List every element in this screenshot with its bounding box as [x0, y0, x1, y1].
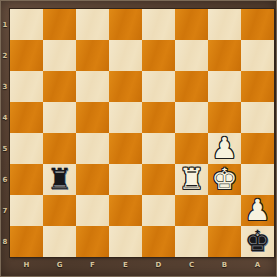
square-e5[interactable]: [109, 133, 142, 164]
square-h4[interactable]: [10, 102, 43, 133]
square-d2[interactable]: [142, 40, 175, 71]
square-a3[interactable]: [241, 71, 274, 102]
square-e7[interactable]: [109, 195, 142, 226]
square-h5[interactable]: [10, 133, 43, 164]
square-b2[interactable]: [208, 40, 241, 71]
square-h6[interactable]: [10, 164, 43, 195]
square-b7[interactable]: [208, 195, 241, 226]
square-a7[interactable]: ♟: [241, 195, 274, 226]
square-g6[interactable]: ♜: [43, 164, 76, 195]
square-f7[interactable]: [76, 195, 109, 226]
square-h7[interactable]: [10, 195, 43, 226]
square-b1[interactable]: [208, 9, 241, 40]
square-b5[interactable]: ♟: [208, 133, 241, 164]
square-g4[interactable]: [43, 102, 76, 133]
square-d3[interactable]: [142, 71, 175, 102]
square-g3[interactable]: [43, 71, 76, 102]
square-g1[interactable]: [43, 9, 76, 40]
file-label-d: D: [142, 258, 175, 272]
square-c5[interactable]: [175, 133, 208, 164]
file-label-g: G: [43, 258, 76, 272]
square-d1[interactable]: [142, 9, 175, 40]
square-c4[interactable]: [175, 102, 208, 133]
square-h2[interactable]: [10, 40, 43, 71]
white-pawn[interactable]: ♟: [245, 195, 271, 226]
file-label-a: A: [241, 258, 274, 272]
file-label-b: B: [208, 258, 241, 272]
square-e4[interactable]: [109, 102, 142, 133]
black-rook[interactable]: ♜: [47, 164, 73, 195]
file-label-f: F: [76, 258, 109, 272]
square-c3[interactable]: [175, 71, 208, 102]
square-b8[interactable]: [208, 226, 241, 257]
square-f2[interactable]: [76, 40, 109, 71]
square-f1[interactable]: [76, 9, 109, 40]
square-d8[interactable]: [142, 226, 175, 257]
square-a6[interactable]: [241, 164, 274, 195]
chess-board: ♟♜♜♚♟♚: [10, 9, 274, 257]
square-a2[interactable]: [241, 40, 274, 71]
square-f4[interactable]: [76, 102, 109, 133]
rank-label-6: 6: [0, 164, 10, 195]
file-label-h: H: [10, 258, 43, 272]
square-g5[interactable]: [43, 133, 76, 164]
square-e1[interactable]: [109, 9, 142, 40]
square-g7[interactable]: [43, 195, 76, 226]
rank-label-4: 4: [0, 102, 10, 133]
square-d6[interactable]: [142, 164, 175, 195]
square-f5[interactable]: [76, 133, 109, 164]
square-b6[interactable]: ♚: [208, 164, 241, 195]
square-h3[interactable]: [10, 71, 43, 102]
square-c2[interactable]: [175, 40, 208, 71]
square-b4[interactable]: [208, 102, 241, 133]
square-f6[interactable]: [76, 164, 109, 195]
square-d5[interactable]: [142, 133, 175, 164]
square-c6[interactable]: ♜: [175, 164, 208, 195]
square-a5[interactable]: [241, 133, 274, 164]
square-c8[interactable]: [175, 226, 208, 257]
rank-label-2: 2: [0, 40, 10, 71]
square-a4[interactable]: [241, 102, 274, 133]
square-f8[interactable]: [76, 226, 109, 257]
square-e8[interactable]: [109, 226, 142, 257]
square-f3[interactable]: [76, 71, 109, 102]
square-e6[interactable]: [109, 164, 142, 195]
white-pawn[interactable]: ♟: [212, 133, 238, 164]
rank-label-3: 3: [0, 71, 10, 102]
black-king[interactable]: ♚: [245, 226, 271, 257]
square-g2[interactable]: [43, 40, 76, 71]
square-c1[interactable]: [175, 9, 208, 40]
square-d4[interactable]: [142, 102, 175, 133]
file-labels: HGFEDCBA: [10, 258, 274, 272]
rank-label-7: 7: [0, 195, 10, 226]
square-a1[interactable]: [241, 9, 274, 40]
square-d7[interactable]: [142, 195, 175, 226]
white-king[interactable]: ♚: [212, 164, 238, 195]
square-c7[interactable]: [175, 195, 208, 226]
rank-label-5: 5: [0, 133, 10, 164]
file-label-e: E: [109, 258, 142, 272]
square-g8[interactable]: [43, 226, 76, 257]
rank-label-1: 1: [0, 9, 10, 40]
file-label-c: C: [175, 258, 208, 272]
square-a8[interactable]: ♚: [241, 226, 274, 257]
rank-label-8: 8: [0, 226, 10, 257]
rank-labels: 12345678: [0, 9, 10, 257]
square-b3[interactable]: [208, 71, 241, 102]
square-h8[interactable]: [10, 226, 43, 257]
square-e3[interactable]: [109, 71, 142, 102]
white-rook[interactable]: ♜: [179, 164, 205, 195]
square-h1[interactable]: [10, 9, 43, 40]
square-e2[interactable]: [109, 40, 142, 71]
